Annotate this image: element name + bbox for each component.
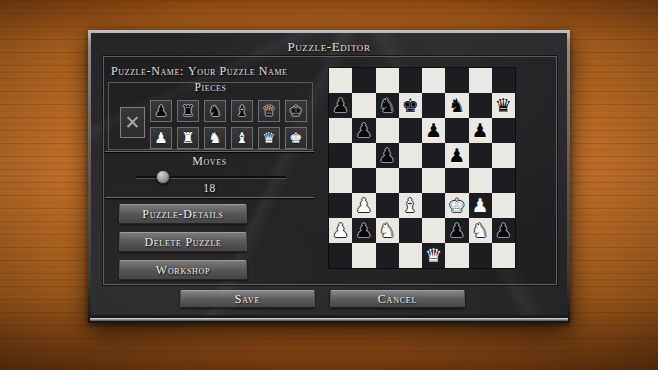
pieces-group: Pieces ✕ ♟♜♞♝♛♚ ♟♜♞♝♛♚ — [108, 82, 313, 150]
white-queen: ♛ — [425, 246, 442, 265]
black-knight: ♞ — [379, 96, 396, 115]
palette-white-rook-button[interactable]: ♜ — [177, 127, 199, 149]
square-b1[interactable] — [352, 243, 375, 268]
puzzle-name-label: Puzzle-Name: — [111, 64, 184, 79]
square-d4[interactable] — [399, 168, 422, 193]
black-piece-palette: ♟♜♞♝♛♚ — [150, 100, 307, 122]
white-bishop: ♝ — [402, 196, 419, 215]
palette-black-bishop-button[interactable]: ♝ — [231, 100, 253, 122]
white-knight-icon: ♞ — [208, 131, 221, 146]
square-c7[interactable]: ♞ — [376, 93, 399, 118]
square-d8[interactable] — [399, 68, 422, 93]
square-e1[interactable]: ♛ — [422, 243, 445, 268]
square-a2[interactable]: ♟ — [329, 218, 352, 243]
square-e8[interactable] — [422, 68, 445, 93]
square-h8[interactable] — [492, 68, 515, 93]
eraser-button[interactable]: ✕ — [120, 107, 145, 138]
editor-content-panel: Puzzle-Name: Your Puzzle Name Pieces ✕ ♟… — [103, 56, 557, 285]
square-h5[interactable] — [492, 143, 515, 168]
square-f5[interactable]: ♟ — [445, 143, 468, 168]
black-pawn: ♟ — [355, 121, 372, 140]
square-a3[interactable] — [329, 193, 352, 218]
square-b4[interactable] — [352, 168, 375, 193]
square-c5[interactable]: ♟ — [376, 143, 399, 168]
square-d6[interactable] — [399, 118, 422, 143]
square-g4[interactable] — [469, 168, 492, 193]
puzzle-name-input[interactable]: Your Puzzle Name — [188, 64, 288, 79]
palette-white-queen-button[interactable]: ♛ — [258, 127, 280, 149]
palette-black-knight-button[interactable]: ♞ — [204, 100, 226, 122]
white-pawn: ♟ — [472, 196, 489, 215]
square-e7[interactable] — [422, 93, 445, 118]
square-h1[interactable] — [492, 243, 515, 268]
save-button[interactable]: Save — [180, 290, 315, 308]
desktop-background: Puzzle-Editor Puzzle-Name: Your Puzzle N… — [0, 0, 658, 370]
moves-value: 18 — [104, 182, 315, 194]
black-knight: ♞ — [448, 96, 465, 115]
square-b2[interactable]: ♟ — [352, 218, 375, 243]
square-g2[interactable]: ♞ — [469, 218, 492, 243]
square-a7[interactable]: ♟ — [329, 93, 352, 118]
square-b8[interactable] — [352, 68, 375, 93]
square-e4[interactable] — [422, 168, 445, 193]
black-pawn: ♟ — [495, 221, 512, 240]
palette-black-king-button[interactable]: ♚ — [285, 100, 307, 122]
white-queen-icon: ♛ — [262, 131, 275, 146]
square-h6[interactable] — [492, 118, 515, 143]
black-rook-icon: ♜ — [181, 104, 194, 119]
white-piece-palette: ♟♜♞♝♛♚ — [150, 127, 307, 149]
square-d5[interactable] — [399, 143, 422, 168]
black-queen-icon: ♛ — [262, 104, 275, 119]
square-d2[interactable] — [399, 218, 422, 243]
square-h4[interactable] — [492, 168, 515, 193]
square-f4[interactable] — [445, 168, 468, 193]
palette-black-queen-button[interactable]: ♛ — [258, 100, 280, 122]
square-f1[interactable] — [445, 243, 468, 268]
white-king: ♚ — [448, 196, 465, 215]
black-pawn: ♟ — [448, 146, 465, 165]
square-d1[interactable] — [399, 243, 422, 268]
square-a1[interactable] — [329, 243, 352, 268]
square-f7[interactable]: ♞ — [445, 93, 468, 118]
black-pawn: ♟ — [425, 121, 442, 140]
square-g3[interactable]: ♟ — [469, 193, 492, 218]
pieces-label: Pieces — [109, 81, 312, 93]
square-g6[interactable]: ♟ — [469, 118, 492, 143]
square-e2[interactable] — [422, 218, 445, 243]
square-h2[interactable]: ♟ — [492, 218, 515, 243]
palette-black-pawn-button[interactable]: ♟ — [150, 100, 172, 122]
square-c1[interactable] — [376, 243, 399, 268]
chess-board: ♟♞♚♞♛♟♟♟♟♟♟♝♚♟♟♟♞♟♞♟♛ — [329, 68, 515, 268]
black-pawn: ♟ — [332, 96, 349, 115]
square-g7[interactable] — [469, 93, 492, 118]
square-f6[interactable] — [445, 118, 468, 143]
palette-white-bishop-button[interactable]: ♝ — [231, 127, 253, 149]
moves-label: Moves — [104, 154, 315, 169]
palette-black-rook-button[interactable]: ♜ — [177, 100, 199, 122]
black-pawn: ♟ — [472, 121, 489, 140]
black-bishop-icon: ♝ — [235, 104, 248, 119]
square-g8[interactable] — [469, 68, 492, 93]
black-pawn: ♟ — [355, 221, 372, 240]
square-c4[interactable] — [376, 168, 399, 193]
white-pawn: ♟ — [332, 221, 349, 240]
delete-puzzle-button[interactable]: Delete Puzzle — [119, 232, 247, 252]
square-d7[interactable]: ♚ — [399, 93, 422, 118]
palette-white-knight-button[interactable]: ♞ — [204, 127, 226, 149]
square-f3[interactable]: ♚ — [445, 193, 468, 218]
square-g1[interactable] — [469, 243, 492, 268]
square-e3[interactable] — [422, 193, 445, 218]
square-h3[interactable] — [492, 193, 515, 218]
black-pawn: ♟ — [379, 146, 396, 165]
white-rook-icon: ♜ — [181, 131, 194, 146]
separator-line — [105, 197, 314, 198]
square-c6[interactable] — [376, 118, 399, 143]
square-a8[interactable] — [329, 68, 352, 93]
dialog-title: Puzzle-Editor — [91, 39, 567, 55]
square-b5[interactable] — [352, 143, 375, 168]
black-king-icon: ♚ — [289, 104, 302, 119]
eraser-x-icon: ✕ — [125, 111, 141, 133]
white-bishop-icon: ♝ — [235, 131, 248, 146]
square-f2[interactable]: ♟ — [445, 218, 468, 243]
square-b6[interactable]: ♟ — [352, 118, 375, 143]
black-pawn: ♟ — [448, 221, 465, 240]
black-knight-icon: ♞ — [208, 104, 221, 119]
square-a4[interactable] — [329, 168, 352, 193]
black-pawn-icon: ♟ — [154, 104, 167, 119]
white-knight: ♞ — [379, 221, 396, 240]
white-king-icon: ♚ — [289, 131, 302, 146]
square-g5[interactable] — [469, 143, 492, 168]
square-e5[interactable] — [422, 143, 445, 168]
square-c3[interactable] — [376, 193, 399, 218]
square-c2[interactable]: ♞ — [376, 218, 399, 243]
square-c8[interactable] — [376, 68, 399, 93]
square-h7[interactable]: ♛ — [492, 93, 515, 118]
black-king: ♚ — [402, 96, 419, 115]
square-a6[interactable] — [329, 118, 352, 143]
puzzle-editor-dialog: Puzzle-Editor Puzzle-Name: Your Puzzle N… — [91, 33, 567, 315]
square-f8[interactable] — [445, 68, 468, 93]
palette-white-pawn-button[interactable]: ♟ — [150, 127, 172, 149]
cancel-button[interactable]: Cancel — [330, 290, 465, 308]
white-pawn: ♟ — [355, 196, 372, 215]
separator-line — [105, 151, 314, 152]
square-b7[interactable] — [352, 93, 375, 118]
puzzle-editor-window: Puzzle-Editor Puzzle-Name: Your Puzzle N… — [88, 30, 570, 323]
square-d3[interactable]: ♝ — [399, 193, 422, 218]
black-queen: ♛ — [495, 96, 512, 115]
workshop-button[interactable]: Workshop — [119, 260, 247, 280]
square-a5[interactable] — [329, 143, 352, 168]
white-pawn-icon: ♟ — [154, 131, 167, 146]
puzzle-details-button[interactable]: Puzzle-Details — [119, 204, 247, 224]
white-knight: ♞ — [472, 221, 489, 240]
square-b3[interactable]: ♟ — [352, 193, 375, 218]
palette-white-king-button[interactable]: ♚ — [285, 127, 307, 149]
square-e6[interactable]: ♟ — [422, 118, 445, 143]
